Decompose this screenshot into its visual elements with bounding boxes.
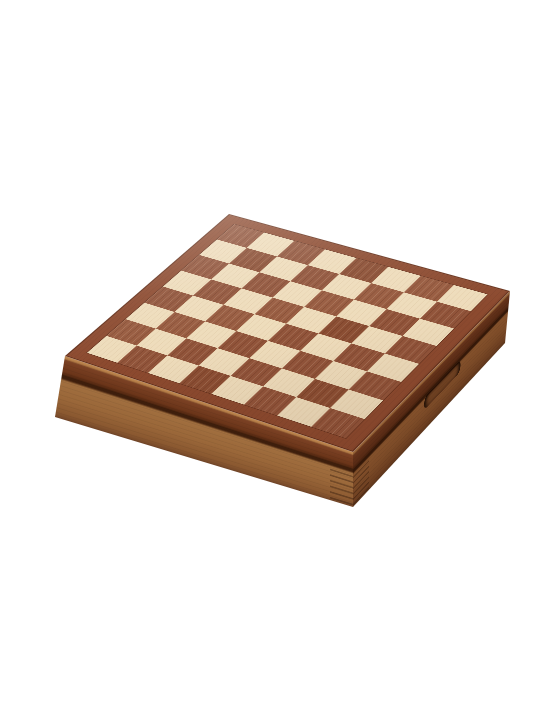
finger-joints-right — [353, 457, 369, 505]
product-photo-chess-box — [0, 0, 540, 720]
finger-joints-left — [330, 466, 353, 506]
